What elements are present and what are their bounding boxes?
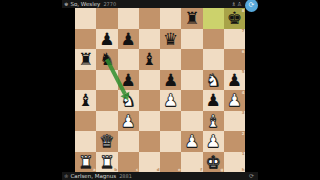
square-g4[interactable]: ♟ [203, 90, 224, 111]
file-label-h: h [242, 168, 245, 172]
square-h7[interactable]: 7 [224, 29, 245, 50]
square-d2[interactable] [139, 131, 160, 152]
square-b6[interactable]: ♞ [96, 49, 117, 70]
square-g1[interactable]: ♚g [203, 152, 224, 173]
rank-label-1: 1 [242, 152, 245, 156]
square-f1[interactable]: f [181, 152, 202, 173]
rank-label-5: 5 [242, 70, 245, 74]
square-b2[interactable]: ♛ [96, 131, 117, 152]
broadcast-content: ♚ So, Wesley 2770 ♗♙ ♜♚8♟♟♛7♜♞♝6♟♟♞♟5♝♞♟… [62, 0, 258, 180]
top-player-bar: ♚ So, Wesley 2770 ♗♙ [62, 0, 258, 8]
white-pawn: ♟ [184, 131, 199, 151]
square-d4[interactable] [139, 90, 160, 111]
square-g6[interactable] [203, 49, 224, 70]
white-king: ♚ [206, 152, 221, 172]
square-g8[interactable] [203, 8, 224, 29]
square-c2[interactable] [118, 131, 139, 152]
square-f4[interactable] [181, 90, 202, 111]
white-rook: ♜ [78, 152, 93, 172]
rank-label-8: 8 [242, 9, 245, 13]
square-h2[interactable]: 2 [224, 131, 245, 152]
chess-board[interactable]: ♜♚8♟♟♛7♜♞♝6♟♟♞♟5♝♞♟♟♟4♟♝3♛♟♟2♜a♜bcdef♚g1… [75, 8, 245, 172]
square-d5[interactable] [139, 70, 160, 91]
square-b5[interactable] [96, 70, 117, 91]
black-bishop: ♝ [78, 90, 93, 110]
square-h3[interactable]: 3 [224, 111, 245, 132]
white-pawn: ♟ [121, 111, 136, 131]
black-pawn: ♟ [99, 29, 114, 49]
square-g2[interactable]: ♟ [203, 131, 224, 152]
black-knight: ♞ [99, 49, 114, 69]
square-d8[interactable] [139, 8, 160, 29]
square-b4[interactable] [96, 90, 117, 111]
black-king: ♚ [227, 8, 242, 28]
black-bishop: ♝ [142, 49, 157, 69]
top-player-name: So, Wesley [70, 0, 100, 8]
rank-label-2: 2 [242, 132, 245, 136]
white-knight: ♞ [206, 70, 221, 90]
square-g3[interactable]: ♝ [203, 111, 224, 132]
square-g7[interactable] [203, 29, 224, 50]
white-bishop: ♝ [206, 111, 221, 131]
square-b3[interactable] [96, 111, 117, 132]
square-b7[interactable]: ♟ [96, 29, 117, 50]
black-pawn: ♟ [206, 90, 221, 110]
square-c3[interactable]: ♟ [118, 111, 139, 132]
square-h4[interactable]: ♟4 [224, 90, 245, 111]
bottom-player-name: Carlsen, Magnus [70, 172, 116, 180]
square-c6[interactable] [118, 49, 139, 70]
captured-piece-icon: ♙ [237, 0, 242, 8]
captured-pieces-tray: ♗♙ [231, 0, 242, 8]
square-h5[interactable]: ♟5 [224, 70, 245, 91]
square-c7[interactable]: ♟ [118, 29, 139, 50]
square-e4[interactable]: ♟ [160, 90, 181, 111]
square-c8[interactable] [118, 8, 139, 29]
square-f8[interactable]: ♜ [181, 8, 202, 29]
captured-piece-icon: ♗ [231, 0, 236, 8]
black-pawn: ♟ [121, 29, 136, 49]
square-a7[interactable] [75, 29, 96, 50]
square-g5[interactable]: ♞ [203, 70, 224, 91]
square-f2[interactable]: ♟ [181, 131, 202, 152]
rank-label-4: 4 [242, 91, 245, 95]
square-e3[interactable] [160, 111, 181, 132]
square-f5[interactable] [181, 70, 202, 91]
black-side-icon: ♚ [64, 0, 68, 8]
square-d7[interactable] [139, 29, 160, 50]
rank-label-6: 6 [242, 50, 245, 54]
white-pawn: ♟ [227, 90, 242, 110]
black-pawn: ♟ [121, 70, 136, 90]
rank-label-3: 3 [242, 111, 245, 115]
rank-label-7: 7 [242, 29, 245, 33]
white-pawn: ♟ [206, 131, 221, 151]
square-e2[interactable] [160, 131, 181, 152]
white-knight: ♞ [121, 90, 136, 110]
video-frame: ♚ So, Wesley 2770 ♗♙ ♜♚8♟♟♛7♜♞♝6♟♟♞♟5♝♞♟… [0, 0, 320, 180]
square-b1[interactable]: ♜b [96, 152, 117, 173]
square-c1[interactable]: c [118, 152, 139, 173]
white-rook: ♜ [99, 152, 114, 172]
bottom-player-rating: 2881 [119, 172, 132, 180]
square-f3[interactable] [181, 111, 202, 132]
bottom-player-bar: ♔ Carlsen, Magnus 2881 ⟳ [62, 172, 258, 180]
black-queen: ♛ [163, 29, 178, 49]
square-f6[interactable] [181, 49, 202, 70]
square-c4[interactable]: ♞ [118, 90, 139, 111]
square-h1[interactable]: 1h [224, 152, 245, 173]
square-a6[interactable]: ♜ [75, 49, 96, 70]
white-pawn: ♟ [163, 90, 178, 110]
square-d3[interactable] [139, 111, 160, 132]
square-e7[interactable]: ♛ [160, 29, 181, 50]
square-e1[interactable]: e [160, 152, 181, 173]
channel-watermark-badge: ⟳ [245, 0, 258, 12]
square-e6[interactable] [160, 49, 181, 70]
square-a4[interactable]: ♝ [75, 90, 96, 111]
black-rook: ♜ [184, 8, 199, 28]
flip-board-icon[interactable]: ⟳ [249, 172, 254, 180]
square-h6[interactable]: 6 [224, 49, 245, 70]
square-d1[interactable]: d [139, 152, 160, 173]
black-rook: ♜ [78, 49, 93, 69]
square-e5[interactable]: ♟ [160, 70, 181, 91]
square-a8[interactable] [75, 8, 96, 29]
square-b8[interactable] [96, 8, 117, 29]
white-queen: ♛ [99, 131, 114, 151]
square-e8[interactable] [160, 8, 181, 29]
square-a1[interactable]: ♜a [75, 152, 96, 173]
square-a3[interactable] [75, 111, 96, 132]
square-h8[interactable]: ♚8 [224, 8, 245, 29]
square-c5[interactable]: ♟ [118, 70, 139, 91]
white-side-icon: ♔ [64, 172, 68, 180]
black-pawn: ♟ [227, 70, 242, 90]
black-pawn: ♟ [163, 70, 178, 90]
square-a2[interactable] [75, 131, 96, 152]
top-player-rating: 2770 [103, 0, 116, 8]
square-f7[interactable] [181, 29, 202, 50]
square-d6[interactable]: ♝ [139, 49, 160, 70]
square-a5[interactable] [75, 70, 96, 91]
